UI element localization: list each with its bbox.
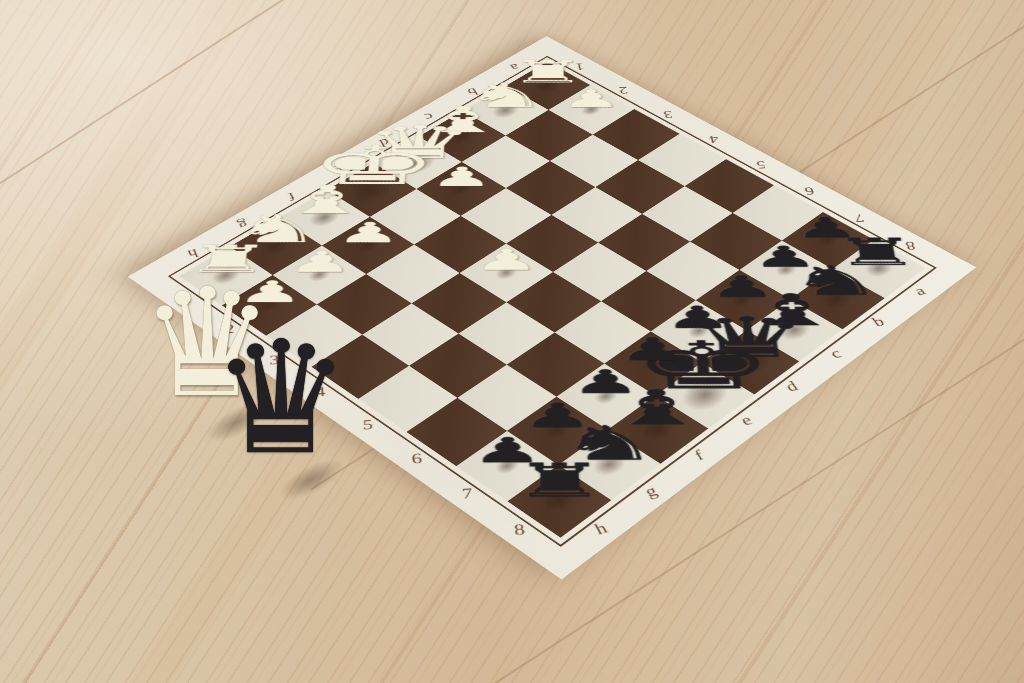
- white-P-glyph: ♟: [473, 245, 540, 274]
- white-P-glyph: ♟: [429, 164, 493, 191]
- chessboard-photo-scene: aabbccddeeffgghh1122334455667788 ♜♞♝♛♚♝♞…: [0, 0, 1024, 683]
- rank-label-a-side-4: 4: [700, 132, 727, 146]
- black-Q-glyph: ♛: [211, 320, 351, 476]
- rank-label-a-side-6: 6: [795, 184, 823, 198]
- white-P-glyph: ♟: [335, 219, 403, 247]
- rank-label-a-side-5: 5: [747, 158, 775, 172]
- white-P-glyph: ♟: [561, 86, 622, 111]
- file-label-black-side-e: e: [729, 410, 764, 432]
- rank-label-h-side-5: 5: [353, 416, 382, 434]
- rank-label-h-side-7: 7: [452, 484, 483, 503]
- rank-label-a-side-3: 3: [655, 108, 682, 121]
- white-P-glyph: ♟: [286, 247, 355, 276]
